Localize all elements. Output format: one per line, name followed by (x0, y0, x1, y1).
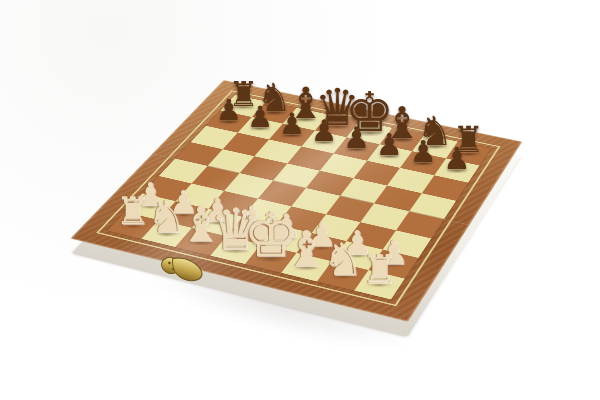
product-photo-stage: ♜♞♝♛♚♝♞♜♟♟♟♟♟♟♟♟♟♟♟♟♟♟♟♟♜♞♝♛♚♝♞♜ (0, 0, 600, 400)
